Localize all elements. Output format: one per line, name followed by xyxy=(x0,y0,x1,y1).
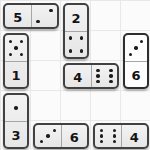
pip-grid xyxy=(32,5,58,27)
domino[interactable]: 6 xyxy=(123,33,149,89)
number-label: 5 xyxy=(13,10,22,23)
pip-dot xyxy=(129,53,133,57)
pip-dot xyxy=(140,40,144,44)
domino[interactable]: 5 xyxy=(3,3,59,29)
pip-dot xyxy=(109,69,113,73)
domino[interactable]: 6 xyxy=(33,123,89,149)
pip-dot xyxy=(9,40,13,44)
pip-dot xyxy=(20,40,24,44)
number-label: 4 xyxy=(73,70,82,83)
domino[interactable]: 3 xyxy=(3,93,29,149)
domino-half-pips[interactable] xyxy=(95,125,121,147)
board-cell xyxy=(31,31,61,61)
pip-dot xyxy=(96,74,100,78)
board-cell xyxy=(91,1,121,31)
pip-dot xyxy=(14,46,18,50)
domino-half-number[interactable]: 4 xyxy=(65,65,91,87)
pip-dot xyxy=(113,129,117,133)
domino-half-pips[interactable] xyxy=(65,31,87,58)
domino-half-pips[interactable] xyxy=(31,5,58,27)
domino-board: 52164364 xyxy=(0,0,150,150)
pip-dot xyxy=(100,140,104,144)
pip-dot xyxy=(80,49,84,53)
pip-dot xyxy=(96,69,100,73)
pip-dot xyxy=(100,134,104,138)
pip-dot xyxy=(9,53,13,57)
pip-dot xyxy=(109,80,113,84)
pip-grid xyxy=(5,95,27,121)
pip-dot xyxy=(49,9,53,13)
pip-dot xyxy=(14,106,18,110)
domino-half-number[interactable]: 3 xyxy=(5,121,27,148)
pip-grid xyxy=(35,125,61,147)
domino-half-pips[interactable] xyxy=(5,35,27,61)
board-cell xyxy=(61,91,91,121)
pip-dot xyxy=(109,74,113,78)
pip-dot xyxy=(100,129,104,133)
domino[interactable]: 4 xyxy=(63,63,119,89)
domino[interactable]: 4 xyxy=(93,123,149,149)
domino-half-number[interactable]: 1 xyxy=(5,61,27,88)
pip-dot xyxy=(46,134,50,138)
domino-half-number[interactable]: 6 xyxy=(125,61,147,88)
domino-half-pips[interactable] xyxy=(35,125,61,147)
pip-dot xyxy=(40,140,44,144)
domino-half-number[interactable]: 5 xyxy=(5,5,31,27)
domino-half-number[interactable]: 4 xyxy=(121,125,148,147)
board-cell xyxy=(121,1,150,31)
pip-dot xyxy=(96,80,100,84)
domino[interactable]: 1 xyxy=(3,33,29,89)
domino[interactable]: 2 xyxy=(63,3,89,59)
domino-half-number[interactable]: 2 xyxy=(65,5,87,31)
pip-dot xyxy=(36,20,40,24)
board-cell xyxy=(31,91,61,121)
domino-half-pips[interactable] xyxy=(5,95,27,121)
number-label: 1 xyxy=(11,68,20,81)
pip-dot xyxy=(20,53,24,57)
pip-dot xyxy=(113,134,117,138)
board-cell xyxy=(121,91,150,121)
board-cell xyxy=(91,31,121,61)
pip-grid xyxy=(125,35,147,61)
pip-grid xyxy=(92,65,118,87)
pip-grid xyxy=(5,35,27,61)
domino-half-pips[interactable] xyxy=(91,65,118,87)
number-label: 6 xyxy=(131,68,140,81)
number-label: 4 xyxy=(130,130,139,143)
pip-dot xyxy=(134,46,138,50)
number-label: 6 xyxy=(70,130,79,143)
pip-grid xyxy=(95,125,121,147)
pip-dot xyxy=(53,129,57,133)
pip-dot xyxy=(113,140,117,144)
pip-dot xyxy=(69,36,73,40)
board-cell xyxy=(91,91,121,121)
board-cell xyxy=(31,61,61,91)
domino-half-pips[interactable] xyxy=(125,35,147,61)
domino-half-number[interactable]: 6 xyxy=(61,125,88,147)
pip-grid xyxy=(65,32,87,58)
number-label: 3 xyxy=(11,128,20,141)
pip-dot xyxy=(80,36,84,40)
number-label: 2 xyxy=(71,12,80,25)
pip-dot xyxy=(69,49,73,53)
